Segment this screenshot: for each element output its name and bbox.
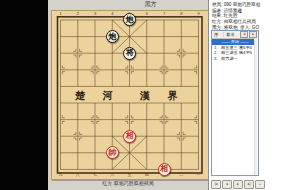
xiangqi-board[interactable]: 123456789 九八七六五四三二一 楚 河 漢 界 炮炮将相帥相	[51, 10, 209, 180]
move-list-scrollbar[interactable]	[254, 38, 258, 175]
nav-button[interactable]: ◂	[222, 180, 232, 189]
black-side-label: 黑方	[48, 1, 208, 8]
right-panel: 棋局: 090 双炮巧胜双相编著: 适情雅趣结果: 红先胜红方: 帅双相仕兵残局…	[208, 0, 304, 190]
move-number: 3.	[214, 56, 221, 61]
move-list[interactable]: 序 着法 ◂▸ —— 开始 —— 1.相五退三 将5平42.相三进五 炮4平53…	[211, 30, 259, 176]
move-list-header-moves: 着法	[224, 32, 240, 37]
move-list-header-index: 序	[212, 32, 224, 37]
nav-button[interactable]: +	[255, 180, 265, 189]
move-list-scroll-button[interactable]: ◂	[240, 31, 248, 38]
nav-button[interactable]: ▸	[233, 180, 243, 189]
nav-button[interactable]: |◂	[211, 180, 221, 189]
game-info-line: 红方: 帅双相仕兵残局	[212, 19, 260, 25]
piece-black-general[interactable]: 将	[123, 47, 136, 60]
game-info-block: 棋局: 090 双炮巧胜双相编著: 适情雅趣结果: 红先胜红方: 帅双相仕兵残局…	[212, 2, 260, 31]
navigation-buttons: |◂◂▸▸|+	[211, 180, 265, 189]
piece-red-general[interactable]: 帥	[106, 146, 119, 159]
game-info-line: 棋局: 090 双炮巧胜双相	[212, 2, 260, 8]
piece-black-cannon[interactable]: 炮	[106, 30, 119, 43]
red-side-caption: 红方 双炮巧胜双相残局	[48, 180, 208, 186]
app-screen: 黑方 123456789 九八七六五四三二一 楚 河 漢 界 炮炮将相帥相 红方…	[0, 0, 304, 190]
move-list-scroll-button[interactable]: ▸	[249, 31, 257, 38]
piece-black-cannon[interactable]: 炮	[123, 13, 136, 26]
pieces-layer: 炮炮将相帥相	[52, 12, 207, 178]
left-black-margin	[0, 0, 48, 190]
move-row[interactable]: 3.帅六进一	[212, 56, 258, 61]
move-list-header-buttons: ◂▸	[240, 31, 258, 38]
board-window: 黑方 123456789 九八七六五四三二一 楚 河 漢 界 炮炮将相帥相 红方…	[48, 0, 208, 190]
move-text: 帅六进一	[221, 56, 258, 61]
move-rows: 1.相五退三 将5平42.相三进五 炮4平53.帅六进一	[212, 45, 258, 61]
move-list-header: 序 着法 ◂▸	[212, 31, 258, 39]
nav-button[interactable]: ▸|	[244, 180, 254, 189]
piece-red-elephant[interactable]: 相	[158, 163, 171, 176]
piece-red-elephant[interactable]: 相	[123, 130, 136, 143]
